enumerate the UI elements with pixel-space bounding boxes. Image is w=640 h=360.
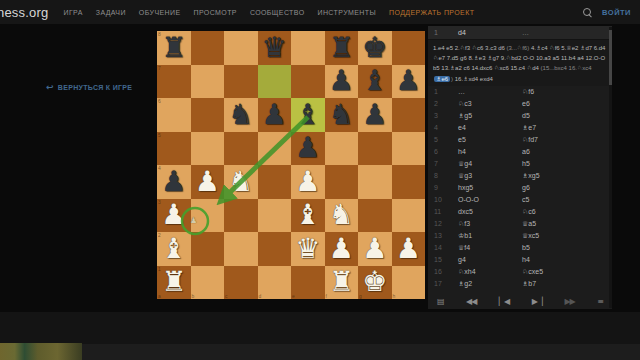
square-h1[interactable]: h	[392, 266, 426, 300]
white-move[interactable]: h4	[458, 148, 522, 155]
white-move[interactable]: dxc5	[458, 208, 522, 215]
black-move-placeholder: …	[522, 29, 529, 36]
square-f4[interactable]	[325, 165, 359, 199]
move-row: 2♘c3e6	[428, 98, 612, 110]
square-a5[interactable]: 5	[157, 132, 191, 166]
move-row: 17♗g2♗b7	[428, 278, 612, 290]
black-move[interactable]: h5	[522, 160, 530, 167]
move-number: 7	[428, 160, 458, 167]
move-row: 13♔b1♕xc5	[428, 230, 612, 242]
square-f1[interactable]: ♜f	[325, 266, 359, 300]
square-a1[interactable]: ♜a1	[157, 266, 191, 300]
square-h3[interactable]	[392, 199, 426, 233]
login-button[interactable]: ВОЙТИ	[602, 8, 631, 17]
square-c6[interactable]: ♞	[224, 98, 258, 132]
rank-label: 4	[158, 165, 161, 171]
rank-label: 2	[158, 232, 161, 238]
piece-white-pawn[interactable]: ♟	[325, 232, 359, 266]
file-label: b	[192, 293, 195, 299]
piece-white-pawn[interactable]: ♟	[157, 199, 191, 233]
black-move[interactable]: c5	[522, 196, 529, 203]
file-label: e	[292, 293, 295, 299]
piece-black-pawn[interactable]: ♟	[258, 98, 292, 132]
move-row: 4e4♗e7	[428, 122, 612, 134]
chess-board[interactable]: ♜8♛♜♚7♟♝♟6♞♟♝♞♟5♟♟4♟♞♟♟3♝♞♝2♛♟♟♟♜a1bcde♜…	[157, 31, 425, 299]
move-number: 1	[428, 29, 458, 36]
square-b1[interactable]: b	[191, 266, 225, 300]
square-a7[interactable]: 7	[157, 65, 191, 99]
nav-item[interactable]: ИГРА	[63, 9, 82, 16]
white-move[interactable]: d4	[458, 29, 522, 36]
piece-white-queen[interactable]: ♛	[291, 232, 325, 266]
move-number: 5	[428, 136, 458, 143]
piece-white-pawn[interactable]: ♟	[358, 232, 392, 266]
piece-black-pawn[interactable]: ♟	[358, 98, 392, 132]
square-a3[interactable]: ♟3	[157, 199, 191, 233]
square-d7[interactable]	[258, 65, 292, 99]
square-g4[interactable]	[358, 165, 392, 199]
piece-black-bishop[interactable]: ♝	[358, 65, 392, 99]
white-move[interactable]: ♔b1	[458, 232, 522, 240]
black-move[interactable]: ♘c6	[522, 208, 536, 216]
square-d4[interactable]	[258, 165, 292, 199]
move-row: 7♕g4h5	[428, 158, 612, 170]
square-c8[interactable]	[224, 31, 258, 65]
black-move[interactable]: ♗e7	[522, 124, 536, 132]
variation-segment[interactable]: 1.e4 e5 2.♘f3 ♘c6 3.c3 d6	[433, 45, 506, 51]
move-number: 4	[428, 124, 458, 131]
navbar-right: ВОЙТИ	[583, 8, 631, 17]
top-navbar: ness.org ИГРАЗАДАЧИОБУЧЕНИЕПРОСМОТРСООБЩ…	[0, 0, 640, 25]
step-forward-icon[interactable]: ▶▕	[532, 297, 542, 306]
square-d3[interactable]	[258, 199, 292, 233]
drag-ghost-piece: ♟	[190, 216, 197, 225]
file-label: f	[326, 293, 327, 299]
square-e5[interactable]: ♟	[291, 132, 325, 166]
square-a2[interactable]: ♝2	[157, 232, 191, 266]
white-move[interactable]: O-O-O	[458, 196, 522, 203]
move-number: 11	[428, 208, 458, 215]
square-e7[interactable]	[291, 65, 325, 99]
black-move[interactable]: ♘fd7	[522, 136, 538, 144]
square-c2[interactable]	[224, 232, 258, 266]
square-f8[interactable]: ♜	[325, 31, 359, 65]
nav-item[interactable]: ИНСТРУМЕНТЫ	[317, 9, 376, 16]
square-e4[interactable]: ♟	[291, 165, 325, 199]
move-number: 16	[428, 268, 458, 275]
square-h8[interactable]	[392, 31, 426, 65]
white-move[interactable]: hxg5	[458, 184, 522, 191]
move-number: 10	[428, 196, 458, 203]
square-g1[interactable]: ♚g	[358, 266, 392, 300]
square-d6[interactable]: ♟	[258, 98, 292, 132]
square-g8[interactable]: ♚	[358, 31, 392, 65]
white-move[interactable]: ♕g4	[458, 160, 522, 168]
nav-item[interactable]: СООБЩЕСТВО	[250, 9, 305, 16]
square-d2[interactable]	[258, 232, 292, 266]
move-row: 8♕g3♗xg5	[428, 170, 612, 182]
rank-label: 3	[158, 199, 161, 205]
square-c5[interactable]	[224, 132, 258, 166]
square-c1[interactable]: c	[224, 266, 258, 300]
variation-segment[interactable]: (3...♘f6)	[506, 45, 530, 51]
square-c3[interactable]	[224, 199, 258, 233]
square-b4[interactable]: ♟	[191, 165, 225, 199]
scrollbar-thumb[interactable]	[609, 30, 612, 85]
site-logo[interactable]: ness.org	[0, 5, 48, 20]
black-move[interactable]: ♗b7	[522, 280, 536, 288]
video-preview-thumbnail[interactable]	[0, 343, 82, 360]
piece-black-pawn[interactable]: ♟	[392, 65, 426, 99]
square-f6[interactable]: ♞	[325, 98, 359, 132]
square-a8[interactable]: ♜8	[157, 31, 191, 65]
piece-black-knight[interactable]: ♞	[224, 98, 258, 132]
nav-item[interactable]: ЗАДАЧИ	[96, 9, 126, 16]
black-move[interactable]: h4	[522, 256, 530, 263]
move-number: 15	[428, 256, 458, 263]
skip-to-end-icon[interactable]: ▶▶	[564, 297, 574, 306]
piece-black-knight[interactable]: ♞	[325, 98, 359, 132]
black-move[interactable]: a6	[522, 148, 530, 155]
move-number: 6	[428, 148, 458, 155]
piece-black-bishop[interactable]: ♝	[291, 98, 325, 132]
square-h7[interactable]: ♟	[392, 65, 426, 99]
piece-white-pawn[interactable]: ♟	[191, 165, 225, 199]
piece-white-rook[interactable]: ♜	[325, 266, 359, 300]
back-arrow-icon: ↩	[46, 83, 54, 91]
white-move[interactable]: ♘xh4	[458, 268, 522, 276]
menu-icon[interactable]: ≡	[597, 297, 603, 306]
nav-item-support-project[interactable]: ПОДДЕРЖАТЬ ПРОЕКТ	[389, 9, 474, 16]
square-f5[interactable]	[325, 132, 359, 166]
move-number: 14	[428, 244, 458, 251]
move-row: 1…♘f6	[428, 86, 612, 98]
white-move[interactable]: …	[458, 88, 522, 95]
black-move[interactable]: ♘cxe5	[522, 268, 543, 276]
step-back-icon[interactable]: ▏◀	[499, 297, 509, 306]
black-move[interactable]: ♘f6	[522, 88, 534, 96]
move-row-first: 1 d4 …	[428, 26, 612, 40]
square-h6[interactable]	[392, 98, 426, 132]
square-e8[interactable]	[291, 31, 325, 65]
square-h2[interactable]: ♟	[392, 232, 426, 266]
move-row: 9hxg5g6	[428, 182, 612, 194]
file-label: d	[259, 293, 262, 299]
variation-segment[interactable]: 16.♗xd4 exd4	[455, 76, 493, 82]
black-move[interactable]: e6	[522, 100, 530, 107]
white-move[interactable]: ♘f3	[458, 220, 522, 228]
move-number: 9	[428, 184, 458, 191]
move-number: 13	[428, 232, 458, 239]
square-d5[interactable]	[258, 132, 292, 166]
white-move[interactable]: ♗g5	[458, 112, 522, 120]
move-number: 2	[428, 100, 458, 107]
move-row: 5e5♘fd7	[428, 134, 612, 146]
square-g5[interactable]	[358, 132, 392, 166]
square-g6[interactable]: ♟	[358, 98, 392, 132]
piece-white-knight[interactable]: ♞	[224, 165, 258, 199]
rank-label: 8	[158, 31, 161, 37]
square-a4[interactable]: ♟4	[157, 165, 191, 199]
move-row: 3♗g5d5	[428, 110, 612, 122]
piece-black-pawn[interactable]: ♟	[157, 165, 191, 199]
square-e6[interactable]: ♝	[291, 98, 325, 132]
file-label: g	[359, 293, 362, 299]
move-row: 12♘f3♕a5	[428, 218, 612, 230]
square-g3[interactable]	[358, 199, 392, 233]
square-h4[interactable]	[392, 165, 426, 199]
move-row: 10O-O-Oc5	[428, 194, 612, 206]
move-row: 15g4h4	[428, 254, 612, 266]
move-row: 11dxc5♘c6	[428, 206, 612, 218]
piece-white-bishop[interactable]: ♝	[291, 199, 325, 233]
move-rows: 1…♘f62♘c3e63♗g5d54e4♗e75e5♘fd76h4a67♕g4h…	[428, 86, 612, 290]
white-move[interactable]: ♕g3	[458, 172, 522, 180]
piece-black-queen[interactable]: ♛	[258, 31, 292, 65]
square-a6[interactable]: 6	[157, 98, 191, 132]
nav-menu: ИГРАЗАДАЧИОБУЧЕНИЕПРОСМОТРСООБЩЕСТВОИНСТ…	[63, 9, 376, 16]
square-b7[interactable]	[191, 65, 225, 99]
square-c4[interactable]: ♞	[224, 165, 258, 199]
move-row: 14♕f4b5	[428, 242, 612, 254]
nav-item[interactable]: ОБУЧЕНИЕ	[139, 9, 181, 16]
piece-white-rook[interactable]: ♜	[157, 266, 191, 300]
black-move[interactable]: ♕xc5	[522, 232, 539, 240]
piece-black-rook[interactable]: ♜	[157, 31, 191, 65]
move-number: 1	[428, 88, 458, 95]
skip-to-start-icon[interactable]: ◀◀	[466, 297, 476, 306]
square-e1[interactable]: e	[291, 266, 325, 300]
move-panel-scrollbar	[609, 27, 612, 308]
white-move[interactable]: g4	[458, 256, 522, 263]
black-move[interactable]: ♗xg5	[522, 172, 540, 180]
square-b8[interactable]	[191, 31, 225, 65]
square-h5[interactable]	[392, 132, 426, 166]
annotation-variation-text[interactable]: 1.e4 e5 2.♘f3 ♘c6 3.c3 d6 (3...♘f6) 4.♗c…	[428, 40, 612, 86]
move-row: 6h4a6	[428, 146, 612, 158]
file-label: c	[225, 293, 228, 299]
black-move[interactable]: ♕a5	[522, 220, 536, 228]
black-move[interactable]: b5	[522, 244, 530, 251]
black-move[interactable]: d5	[522, 112, 530, 119]
notation-book-icon[interactable]: ▤	[437, 297, 444, 306]
move-panel-toolbar: ▤◀◀▏◀▶▕▶▶≡	[428, 293, 612, 309]
square-g7[interactable]: ♝	[358, 65, 392, 99]
piece-black-king[interactable]: ♚	[358, 31, 392, 65]
square-e3[interactable]: ♝	[291, 199, 325, 233]
piece-white-pawn[interactable]: ♟	[291, 165, 325, 199]
move-row: 16♘xh4♘cxe5	[428, 266, 612, 278]
white-move[interactable]: ♘c3	[458, 100, 522, 108]
square-g2[interactable]: ♟	[358, 232, 392, 266]
square-b5[interactable]	[191, 132, 225, 166]
move-number: 8	[428, 172, 458, 179]
move-number: 3	[428, 112, 458, 119]
piece-white-knight[interactable]: ♞	[325, 199, 359, 233]
square-f3[interactable]: ♞	[325, 199, 359, 233]
square-d1[interactable]: d	[258, 266, 292, 300]
app-window: ness.org ИГРАЗАДАЧИОБУЧЕНИЕПРОСМОТРСООБЩ…	[0, 0, 640, 360]
nav-item[interactable]: ПРОСМОТР	[193, 9, 236, 16]
search-icon[interactable]	[583, 8, 591, 16]
current-move-chip[interactable]: ♗e6	[434, 76, 450, 82]
rank-label: 6	[158, 98, 161, 104]
square-f7[interactable]: ♟	[325, 65, 359, 99]
file-label: h	[393, 293, 396, 299]
variation-segment[interactable]: (15...bxc4 16.♘xc4	[541, 65, 592, 71]
white-move[interactable]: e4	[458, 124, 522, 131]
white-move[interactable]: ♗g2	[458, 280, 522, 288]
square-f2[interactable]: ♟	[325, 232, 359, 266]
piece-white-king[interactable]: ♚	[358, 266, 392, 300]
piece-black-pawn[interactable]: ♟	[325, 65, 359, 99]
back-to-game-label: ВЕРНУТЬСЯ К ИГРЕ	[58, 84, 132, 91]
square-e2[interactable]: ♛	[291, 232, 325, 266]
bottom-strip	[0, 344, 640, 360]
file-label: a	[158, 293, 161, 299]
rank-label: 5	[158, 132, 161, 138]
piece-black-rook[interactable]: ♜	[325, 31, 359, 65]
white-move[interactable]: e5	[458, 136, 522, 143]
move-number: 12	[428, 220, 458, 227]
piece-black-pawn[interactable]: ♟	[291, 132, 325, 166]
move-list-panel: 1 d4 … 1.e4 e5 2.♘f3 ♘c6 3.c3 d6 (3...♘f…	[428, 26, 612, 309]
rank-label: 7	[158, 65, 161, 71]
square-b2[interactable]	[191, 232, 225, 266]
square-d8[interactable]: ♛	[258, 31, 292, 65]
piece-white-bishop[interactable]: ♝	[157, 232, 191, 266]
white-move[interactable]: ♕f4	[458, 244, 522, 252]
back-to-game-link[interactable]: ↩ ВЕРНУТЬСЯ К ИГРЕ	[46, 83, 132, 91]
rank-label: 1	[158, 266, 161, 272]
piece-white-pawn[interactable]: ♟	[392, 232, 426, 266]
square-c7[interactable]	[224, 65, 258, 99]
black-move[interactable]: g6	[522, 184, 530, 191]
square-b6[interactable]	[191, 98, 225, 132]
move-number: 17	[428, 280, 458, 287]
